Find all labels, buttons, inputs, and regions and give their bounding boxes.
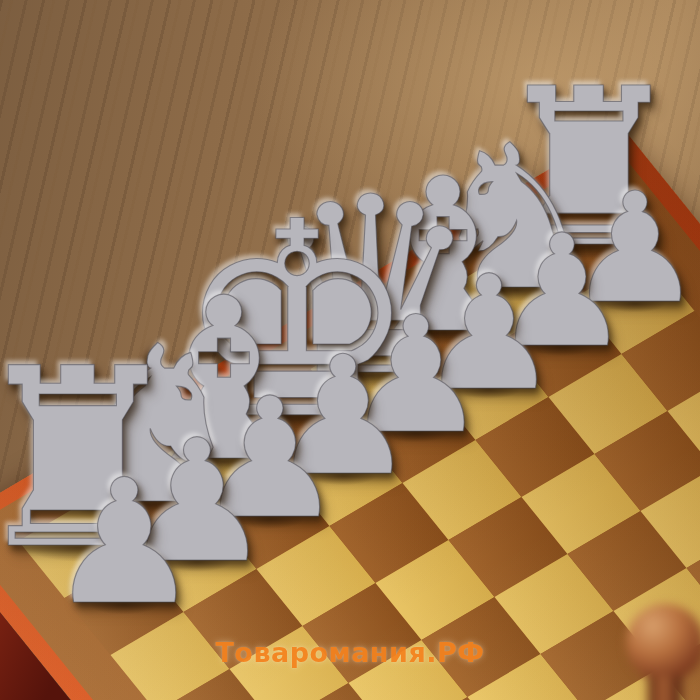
copper-pawn-neck xyxy=(648,676,682,700)
copper-pawn-ball xyxy=(626,604,700,682)
blurred-copper-piece xyxy=(618,604,700,700)
chess-set-product-photo: ♜♞♝♚♛♝♞♜♟♟♟♟♟♟♟♟ Товаромания.РФ xyxy=(0,0,700,700)
piece-white-pawn-h2: ♟ xyxy=(47,457,201,629)
watermark: Товаромания.РФ xyxy=(215,637,484,668)
